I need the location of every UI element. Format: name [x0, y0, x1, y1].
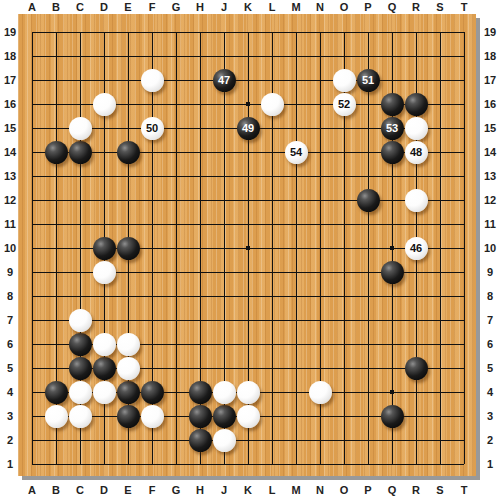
coordinate-right-2: 2 [480, 433, 500, 447]
stone-black-R16[interactable] [405, 93, 428, 116]
stone-white-R12[interactable] [405, 189, 428, 212]
stone-black-B4[interactable] [45, 381, 68, 404]
coordinate-bottom-O: O [332, 484, 356, 497]
coordinate-right-13: 13 [480, 169, 500, 183]
coordinate-left-4: 4 [0, 385, 20, 399]
stone-white-J2[interactable] [213, 429, 236, 452]
stone-black-H2[interactable] [189, 429, 212, 452]
coordinate-right-17: 17 [480, 73, 500, 87]
coordinate-left-5: 5 [0, 361, 20, 375]
star-point-Q4 [390, 390, 394, 394]
stone-black-B14[interactable] [45, 141, 68, 164]
coordinate-left-7: 7 [0, 313, 20, 327]
stone-black-J3[interactable] [213, 405, 236, 428]
stone-white-J4[interactable] [213, 381, 236, 404]
star-point-K16 [246, 102, 250, 106]
coordinate-right-4: 4 [480, 385, 500, 399]
stone-white-C7[interactable] [69, 309, 92, 332]
coordinate-right-12: 12 [480, 193, 500, 207]
stone-black-P12[interactable] [357, 189, 380, 212]
coordinate-left-12: 12 [0, 193, 20, 207]
move-number-label-51: 51 [362, 75, 374, 86]
coordinate-left-16: 16 [0, 97, 20, 111]
coordinate-left-18: 18 [0, 49, 20, 63]
coordinate-bottom-A: A [20, 484, 44, 497]
stone-white-L16[interactable] [261, 93, 284, 116]
coordinate-bottom-H: H [188, 484, 212, 497]
stone-white-F17[interactable] [141, 69, 164, 92]
move-number-label-49: 49 [242, 123, 254, 134]
stone-black-Q16[interactable] [381, 93, 404, 116]
coordinate-top-T: T [452, 1, 476, 14]
coordinate-left-13: 13 [0, 169, 20, 183]
coordinate-top-M: M [284, 1, 308, 14]
coordinate-bottom-T: T [452, 484, 476, 497]
stone-white-E6[interactable] [117, 333, 140, 356]
stone-white-E5[interactable] [117, 357, 140, 380]
coordinate-right-15: 15 [480, 121, 500, 135]
coordinate-top-N: N [308, 1, 332, 14]
stone-white-D9[interactable] [93, 261, 116, 284]
stone-black-E10[interactable] [117, 237, 140, 260]
star-point-K10 [246, 246, 250, 250]
coordinate-right-16: 16 [480, 97, 500, 111]
coordinate-top-O: O [332, 1, 356, 14]
coordinate-top-L: L [260, 1, 284, 14]
coordinate-bottom-S: S [428, 484, 452, 497]
stone-white-C4[interactable] [69, 381, 92, 404]
coordinate-left-17: 17 [0, 73, 20, 87]
coordinate-top-Q: Q [380, 1, 404, 14]
coordinate-top-R: R [404, 1, 428, 14]
coordinate-right-18: 18 [480, 49, 500, 63]
stone-black-D10[interactable] [93, 237, 116, 260]
coordinate-top-P: P [356, 1, 380, 14]
coordinate-top-A: A [20, 1, 44, 14]
stone-black-E4[interactable] [117, 381, 140, 404]
coordinate-bottom-R: R [404, 484, 428, 497]
coordinate-top-J: J [212, 1, 236, 14]
coordinate-right-7: 7 [480, 313, 500, 327]
stone-black-C14[interactable] [69, 141, 92, 164]
coordinate-top-E: E [116, 1, 140, 14]
stone-black-C5[interactable] [69, 357, 92, 380]
stone-black-R5[interactable] [405, 357, 428, 380]
stone-black-Q15[interactable]: 53 [381, 117, 404, 140]
move-number-label-46: 46 [410, 243, 422, 254]
coordinate-top-C: C [68, 1, 92, 14]
stone-black-J17[interactable]: 47 [213, 69, 236, 92]
coordinate-bottom-N: N [308, 484, 332, 497]
stone-black-H3[interactable] [189, 405, 212, 428]
coordinate-right-3: 3 [480, 409, 500, 423]
stone-black-C6[interactable] [69, 333, 92, 356]
coordinate-top-F: F [140, 1, 164, 14]
stone-white-D16[interactable] [93, 93, 116, 116]
stone-black-E14[interactable] [117, 141, 140, 164]
star-point-Q10 [390, 246, 394, 250]
coordinate-bottom-C: C [68, 484, 92, 497]
stone-white-D6[interactable] [93, 333, 116, 356]
move-number-label-48: 48 [410, 147, 422, 158]
stone-black-Q9[interactable] [381, 261, 404, 284]
move-number-label-52: 52 [338, 99, 350, 110]
coordinate-bottom-Q: Q [380, 484, 404, 497]
coordinate-right-10: 10 [480, 241, 500, 255]
coordinate-bottom-P: P [356, 484, 380, 497]
stone-black-D5[interactable] [93, 357, 116, 380]
coordinate-left-9: 9 [0, 265, 20, 279]
goban[interactable]: 475149535250544846 [18, 14, 476, 476]
coordinate-bottom-J: J [212, 484, 236, 497]
coordinate-bottom-L: L [260, 484, 284, 497]
coordinate-left-8: 8 [0, 289, 20, 303]
coordinate-left-1: 1 [0, 457, 20, 471]
stone-white-C3[interactable] [69, 405, 92, 428]
coordinate-left-10: 10 [0, 241, 20, 255]
stone-black-K15[interactable]: 49 [237, 117, 260, 140]
stone-white-R15[interactable] [405, 117, 428, 140]
stone-white-R10[interactable]: 46 [405, 237, 428, 260]
stone-black-F4[interactable] [141, 381, 164, 404]
coordinate-right-5: 5 [480, 361, 500, 375]
coordinate-top-H: H [188, 1, 212, 14]
stone-white-F15[interactable]: 50 [141, 117, 164, 140]
move-number-label-50: 50 [146, 123, 158, 134]
stone-black-P17[interactable]: 51 [357, 69, 380, 92]
coordinate-left-3: 3 [0, 409, 20, 423]
coordinate-bottom-E: E [116, 484, 140, 497]
stone-white-O17[interactable] [333, 69, 356, 92]
coordinate-left-6: 6 [0, 337, 20, 351]
coordinate-left-14: 14 [0, 145, 20, 159]
stone-white-R14[interactable]: 48 [405, 141, 428, 164]
coordinate-left-11: 11 [0, 217, 20, 231]
stone-white-F3[interactable] [141, 405, 164, 428]
coordinate-right-9: 9 [480, 265, 500, 279]
stone-black-Q3[interactable] [381, 405, 404, 428]
coordinate-left-15: 15 [0, 121, 20, 135]
coordinate-bottom-G: G [164, 484, 188, 497]
coordinate-right-6: 6 [480, 337, 500, 351]
coordinate-top-B: B [44, 1, 68, 14]
stone-white-D4[interactable] [93, 381, 116, 404]
stone-white-N4[interactable] [309, 381, 332, 404]
coordinate-top-G: G [164, 1, 188, 14]
coordinate-bottom-F: F [140, 484, 164, 497]
stone-white-B3[interactable] [45, 405, 68, 428]
stone-white-O16[interactable]: 52 [333, 93, 356, 116]
move-number-label-53: 53 [386, 123, 398, 134]
stone-white-M14[interactable]: 54 [285, 141, 308, 164]
coordinate-top-D: D [92, 1, 116, 14]
coordinate-right-11: 11 [480, 217, 500, 231]
coordinate-bottom-K: K [236, 484, 260, 497]
coordinate-top-K: K [236, 1, 260, 14]
move-number-label-47: 47 [218, 75, 230, 86]
coordinate-right-1: 1 [480, 457, 500, 471]
coordinate-left-2: 2 [0, 433, 20, 447]
stone-white-C15[interactable] [69, 117, 92, 140]
stone-white-K4[interactable] [237, 381, 260, 404]
coordinate-bottom-D: D [92, 484, 116, 497]
stone-black-E3[interactable] [117, 405, 140, 428]
stone-black-H4[interactable] [189, 381, 212, 404]
move-number-label-54: 54 [290, 147, 302, 158]
coordinate-right-19: 19 [480, 25, 500, 39]
stone-black-Q14[interactable] [381, 141, 404, 164]
stone-white-K3[interactable] [237, 405, 260, 428]
coordinate-right-14: 14 [480, 145, 500, 159]
coordinate-bottom-B: B [44, 484, 68, 497]
coordinate-right-8: 8 [480, 289, 500, 303]
go-diagram: 475149535250544846 AABBCCDDEEFFGGHHJJKKL… [0, 0, 500, 500]
coordinate-top-S: S [428, 1, 452, 14]
coordinate-left-19: 19 [0, 25, 20, 39]
coordinate-bottom-M: M [284, 484, 308, 497]
